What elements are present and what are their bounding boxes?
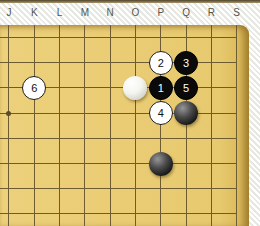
board-cell-P-5[interactable]: [148, 126, 173, 151]
board-cell-M-8[interactable]: [72, 201, 97, 226]
board-cell-J-3[interactable]: [0, 75, 22, 100]
column-label-L: L: [47, 3, 72, 23]
board-cell-S-5[interactable]: [224, 126, 249, 151]
board-cell-S-4[interactable]: [224, 101, 249, 126]
move-6-white-stone: 6: [22, 76, 46, 100]
board-cell-S-3[interactable]: [224, 75, 249, 100]
board-cell-O-8[interactable]: [123, 201, 148, 226]
board-cell-S-2[interactable]: [224, 50, 249, 75]
board-cell-R-2[interactable]: [199, 50, 224, 75]
board-cell-K-6[interactable]: [22, 151, 47, 176]
board-cell-L-8[interactable]: [47, 201, 72, 226]
board-cell-R-5[interactable]: [199, 126, 224, 151]
board-cell-M-2[interactable]: [72, 50, 97, 75]
board-cell-N-5[interactable]: [98, 126, 123, 151]
move-5-black-stone: 5: [174, 76, 198, 100]
column-label-R: R: [199, 3, 224, 23]
board-cell-P-6[interactable]: [148, 151, 173, 176]
column-label-M: M: [72, 3, 97, 23]
board-cell-K-3[interactable]: 6: [22, 75, 47, 100]
board-cell-R-1[interactable]: [199, 25, 224, 50]
board-cell-R-7[interactable]: [199, 176, 224, 201]
board-cell-K-1[interactable]: [22, 25, 47, 50]
move-4-white-stone: 4: [149, 101, 173, 125]
board-cell-N-1[interactable]: [98, 25, 123, 50]
board-cell-Q-7[interactable]: [173, 176, 198, 201]
board-cell-R-8[interactable]: [199, 201, 224, 226]
black-stone: [174, 101, 198, 125]
board-cell-N-4[interactable]: [98, 101, 123, 126]
board-cell-P-8[interactable]: [148, 201, 173, 226]
board-cell-R-6[interactable]: [199, 151, 224, 176]
board-cell-Q-5[interactable]: [173, 126, 198, 151]
board-cell-O-5[interactable]: [123, 126, 148, 151]
board-cell-K-4[interactable]: [22, 101, 47, 126]
board-cell-O-1[interactable]: [123, 25, 148, 50]
board-cell-O-6[interactable]: [123, 151, 148, 176]
board-cell-S-7[interactable]: [224, 176, 249, 201]
board-cell-K-2[interactable]: [22, 50, 47, 75]
board-cell-J-1[interactable]: [0, 25, 22, 50]
move-3-black-stone: 3: [174, 51, 198, 75]
board-cell-O-4[interactable]: [123, 101, 148, 126]
go-board-app: JKLMNOPQRS 236154: [0, 0, 260, 226]
board-cell-Q-6[interactable]: [173, 151, 198, 176]
white-stone: [123, 76, 147, 100]
board-cell-O-2[interactable]: [123, 50, 148, 75]
board-cell-J-2[interactable]: [0, 50, 22, 75]
column-label-S: S: [224, 3, 249, 23]
board-cell-L-5[interactable]: [47, 126, 72, 151]
move-1-black-stone: 1: [149, 76, 173, 100]
board-cell-M-7[interactable]: [72, 176, 97, 201]
board-cell-S-8[interactable]: [224, 201, 249, 226]
board-cell-P-1[interactable]: [148, 25, 173, 50]
board-cell-M-1[interactable]: [72, 25, 97, 50]
board-cell-R-4[interactable]: [199, 101, 224, 126]
go-board[interactable]: 236154: [0, 25, 249, 226]
board-cell-J-5[interactable]: [0, 126, 22, 151]
column-label-J: J: [0, 3, 22, 23]
column-label-row: JKLMNOPQRS: [0, 3, 249, 23]
board-cell-Q-3[interactable]: 5: [173, 75, 198, 100]
column-label-N: N: [98, 3, 123, 23]
star-point: [6, 111, 11, 116]
board-cell-L-2[interactable]: [47, 50, 72, 75]
board-cell-J-6[interactable]: [0, 151, 22, 176]
black-stone: [149, 152, 173, 176]
board-cell-P-7[interactable]: [148, 176, 173, 201]
board-cell-Q-4[interactable]: [173, 101, 198, 126]
board-cell-M-3[interactable]: [72, 75, 97, 100]
board-cell-K-7[interactable]: [22, 176, 47, 201]
board-cell-L-7[interactable]: [47, 176, 72, 201]
board-cell-N-6[interactable]: [98, 151, 123, 176]
column-label-P: P: [148, 3, 173, 23]
board-cell-L-3[interactable]: [47, 75, 72, 100]
board-cell-Q-1[interactable]: [173, 25, 198, 50]
board-cell-P-4[interactable]: 4: [148, 101, 173, 126]
board-grid: 236154: [0, 25, 249, 226]
board-cell-M-4[interactable]: [72, 101, 97, 126]
column-label-Q: Q: [173, 3, 198, 23]
column-label-O: O: [123, 3, 148, 23]
board-cell-L-6[interactable]: [47, 151, 72, 176]
board-cell-L-1[interactable]: [47, 25, 72, 50]
board-cell-Q-8[interactable]: [173, 201, 198, 226]
board-cell-N-2[interactable]: [98, 50, 123, 75]
board-cell-R-3[interactable]: [199, 75, 224, 100]
board-cell-M-5[interactable]: [72, 126, 97, 151]
board-cell-O-7[interactable]: [123, 176, 148, 201]
board-cell-N-3[interactable]: [98, 75, 123, 100]
board-cell-P-2[interactable]: 2: [148, 50, 173, 75]
board-cell-S-1[interactable]: [224, 25, 249, 50]
board-cell-O-3[interactable]: [123, 75, 148, 100]
board-cell-N-7[interactable]: [98, 176, 123, 201]
board-cell-M-6[interactable]: [72, 151, 97, 176]
board-cell-N-8[interactable]: [98, 201, 123, 226]
column-label-K: K: [22, 3, 47, 23]
board-cell-P-3[interactable]: 1: [148, 75, 173, 100]
board-cell-J-8[interactable]: [0, 201, 22, 226]
board-cell-K-8[interactable]: [22, 201, 47, 226]
board-cell-L-4[interactable]: [47, 101, 72, 126]
board-cell-J-4[interactable]: [0, 101, 22, 126]
board-cell-K-5[interactable]: [22, 126, 47, 151]
board-cell-Q-2[interactable]: 3: [173, 50, 198, 75]
board-cell-S-6[interactable]: [224, 151, 249, 176]
board-cell-J-7[interactable]: [0, 176, 22, 201]
move-2-white-stone: 2: [149, 51, 173, 75]
